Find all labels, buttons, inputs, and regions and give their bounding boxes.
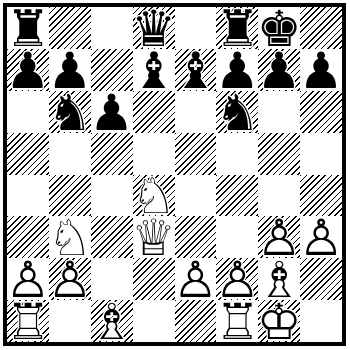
white-pawn-e2: ♟♙ [175,258,217,300]
square-e7[interactable]: ♝ [175,49,217,91]
square-h7[interactable]: ♟ [300,49,342,91]
chess-board: ♜♛♜♚♟♟♝♝♟♟♟♞♟♞♞♘♞♘♛♕♟♙♟♙♟♙♟♙♟♙♟♙♝♗♜♖♝♗♜♖… [3,3,346,346]
white-piece-outline: ♔ [258,301,300,343]
square-e6[interactable] [175,91,217,133]
white-piece-outline: ♙ [49,259,91,301]
square-c4[interactable] [91,175,133,217]
black-piece-glyph: ♟ [91,92,133,134]
square-d2[interactable] [133,258,175,300]
black-pawn-g7: ♟ [258,49,300,91]
white-piece-outline: ♙ [300,217,342,259]
square-g5[interactable] [258,133,300,175]
white-rook-f1: ♜♖ [216,300,258,342]
square-d7[interactable]: ♝ [133,49,175,91]
square-b1[interactable] [49,300,91,342]
square-g1[interactable]: ♚♔ [258,300,300,342]
black-piece-glyph: ♟ [7,50,49,92]
white-pawn-b2: ♟♙ [49,258,91,300]
square-g7[interactable]: ♟ [258,49,300,91]
white-piece-outline: ♕ [133,217,175,259]
square-f5[interactable] [216,133,258,175]
black-piece-glyph: ♝ [175,50,217,92]
square-h1[interactable] [300,300,342,342]
black-knight-f6: ♞ [216,91,258,133]
black-pawn-c6: ♟ [91,91,133,133]
square-d1[interactable] [133,300,175,342]
square-d3[interactable]: ♛♕ [133,216,175,258]
white-piece-outline: ♖ [7,301,49,343]
black-bishop-e7: ♝ [175,49,217,91]
black-pawn-a7: ♟ [7,49,49,91]
square-f4[interactable] [216,175,258,217]
square-c8[interactable] [91,7,133,49]
square-b6[interactable]: ♞ [49,91,91,133]
square-b5[interactable] [49,133,91,175]
square-g6[interactable] [258,91,300,133]
square-c5[interactable] [91,133,133,175]
white-king-g1: ♚♔ [258,300,300,342]
black-bishop-d7: ♝ [133,49,175,91]
square-a1[interactable]: ♜♖ [7,300,49,342]
white-pawn-h3: ♟♙ [300,216,342,258]
white-piece-outline: ♗ [91,301,133,343]
square-e4[interactable] [175,175,217,217]
black-piece-glyph: ♟ [258,50,300,92]
black-piece-glyph: ♞ [216,92,258,134]
square-b2[interactable]: ♟♙ [49,258,91,300]
square-e5[interactable] [175,133,217,175]
square-e1[interactable] [175,300,217,342]
square-h5[interactable] [300,133,342,175]
square-d6[interactable] [133,91,175,133]
white-piece-outline: ♙ [175,259,217,301]
square-c3[interactable] [91,216,133,258]
white-rook-a1: ♜♖ [7,300,49,342]
square-h3[interactable]: ♟♙ [300,216,342,258]
square-f6[interactable]: ♞ [216,91,258,133]
black-piece-glyph: ♟ [300,50,342,92]
square-a5[interactable] [7,133,49,175]
square-h2[interactable] [300,258,342,300]
black-piece-glyph: ♝ [133,50,175,92]
square-a7[interactable]: ♟ [7,49,49,91]
square-c1[interactable]: ♝♗ [91,300,133,342]
square-c6[interactable]: ♟ [91,91,133,133]
square-e2[interactable]: ♟♙ [175,258,217,300]
white-piece-outline: ♖ [216,301,258,343]
square-a6[interactable] [7,91,49,133]
white-queen-d3: ♛♕ [133,216,175,258]
white-bishop-c1: ♝♗ [91,300,133,342]
square-a4[interactable] [7,175,49,217]
chess-diagram: ♜♛♜♚♟♟♝♝♟♟♟♞♟♞♞♘♞♘♛♕♟♙♟♙♟♙♟♙♟♙♟♙♝♗♜♖♝♗♜♖… [0,0,350,350]
square-h6[interactable] [300,91,342,133]
black-piece-glyph: ♞ [49,92,91,134]
square-f1[interactable]: ♜♖ [216,300,258,342]
black-pawn-h7: ♟ [300,49,342,91]
black-knight-b6: ♞ [49,91,91,133]
